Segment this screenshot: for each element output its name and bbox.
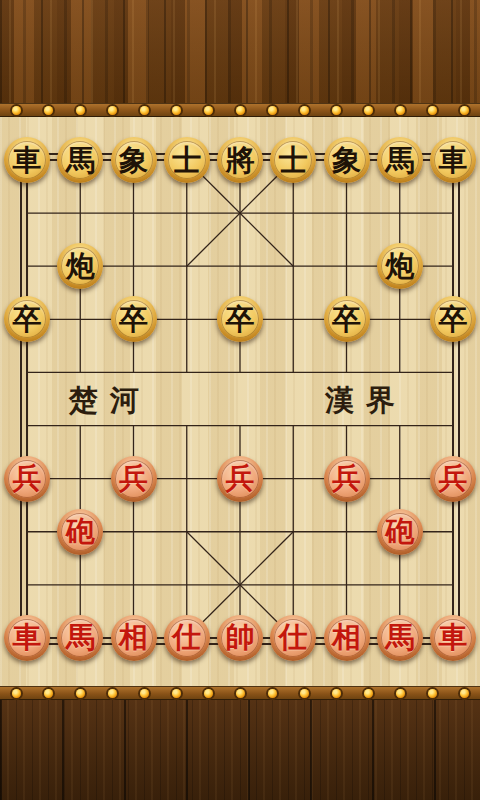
xiangqi-board[interactable]: 楚河 漢界 車馬象士將士象馬車炮炮卒卒卒卒卒兵兵兵兵兵砲砲車馬相仕帥仕相馬車	[0, 117, 480, 686]
piece-glyph: 車	[439, 623, 468, 652]
piece-glyph: 車	[13, 146, 42, 175]
river-label-chu-he: 楚河	[45, 381, 175, 421]
piece-red-soldier[interactable]: 兵	[217, 456, 263, 502]
piece-red-chariot[interactable]: 車	[4, 615, 50, 661]
piece-glyph: 象	[332, 146, 361, 175]
rivet-stud	[172, 106, 181, 115]
piece-black-chariot[interactable]: 車	[4, 137, 50, 183]
piece-glyph: 兵	[332, 464, 361, 493]
river-label-han-jie: 漢界	[301, 381, 431, 421]
bottom-toolbar: 帥 菜单新局设置悔棋提示 九游	[0, 700, 480, 800]
rivet-stud	[332, 689, 341, 698]
rivet-stud	[396, 689, 405, 698]
rivet-stud	[12, 689, 21, 698]
rivet-stud	[428, 106, 437, 115]
piece-glyph: 炮	[385, 252, 414, 281]
piece-glyph: 象	[119, 146, 148, 175]
piece-black-elephant[interactable]: 象	[111, 137, 157, 183]
piece-red-soldier[interactable]: 兵	[324, 456, 370, 502]
rivet-stud	[268, 106, 277, 115]
piece-glyph: 馬	[66, 146, 95, 175]
rivet-stud	[140, 689, 149, 698]
rivet-stud	[268, 689, 277, 698]
piece-red-soldier[interactable]: 兵	[111, 456, 157, 502]
rivet-stud	[44, 689, 53, 698]
piece-glyph: 馬	[385, 146, 414, 175]
piece-red-elephant[interactable]: 相	[111, 615, 157, 661]
piece-glyph: 馬	[385, 623, 414, 652]
piece-red-horse[interactable]: 馬	[57, 615, 103, 661]
rivet-stud	[428, 689, 437, 698]
rivet-stud	[460, 106, 469, 115]
piece-glyph: 兵	[226, 464, 255, 493]
piece-red-horse[interactable]: 馬	[377, 615, 423, 661]
piece-black-soldier[interactable]: 卒	[111, 296, 157, 342]
piece-black-horse[interactable]: 馬	[57, 137, 103, 183]
piece-red-chariot[interactable]: 車	[430, 615, 476, 661]
piece-glyph: 車	[13, 623, 42, 652]
piece-glyph: 帥	[226, 623, 255, 652]
xiangqi-app: 楚河 漢界 車馬象士將士象馬車炮炮卒卒卒卒卒兵兵兵兵兵砲砲車馬相仕帥仕相馬車 帥…	[0, 0, 480, 800]
rivet-stud	[108, 689, 117, 698]
piece-glyph: 士	[172, 146, 201, 175]
piece-glyph: 砲	[385, 517, 414, 546]
rivet-stud	[12, 106, 21, 115]
rivet-stud	[300, 106, 309, 115]
piece-glyph: 卒	[332, 305, 361, 334]
rivet-strip-bottom	[0, 686, 480, 700]
piece-glyph: 砲	[66, 517, 95, 546]
piece-red-elephant[interactable]: 相	[324, 615, 370, 661]
rivet-stud	[172, 689, 181, 698]
rivet-stud	[364, 689, 373, 698]
rivet-stud	[76, 106, 85, 115]
piece-black-elephant[interactable]: 象	[324, 137, 370, 183]
rivet-stud	[460, 689, 469, 698]
piece-glyph: 馬	[66, 623, 95, 652]
piece-glyph: 士	[279, 146, 308, 175]
piece-glyph: 將	[226, 146, 255, 175]
rivet-stud	[108, 106, 117, 115]
piece-glyph: 相	[332, 623, 361, 652]
piece-black-soldier[interactable]: 卒	[217, 296, 263, 342]
rivet-strip-top	[0, 103, 480, 117]
piece-glyph: 仕	[172, 623, 201, 652]
rivet-stud	[236, 106, 245, 115]
piece-red-cannon[interactable]: 砲	[57, 509, 103, 555]
piece-glyph: 相	[119, 623, 148, 652]
piece-black-advisor[interactable]: 士	[164, 137, 210, 183]
rivet-stud	[332, 106, 341, 115]
piece-glyph: 炮	[66, 252, 95, 281]
wood-background-top	[0, 0, 480, 103]
piece-black-soldier[interactable]: 卒	[4, 296, 50, 342]
piece-black-horse[interactable]: 馬	[377, 137, 423, 183]
piece-black-cannon[interactable]: 炮	[377, 243, 423, 289]
rivet-stud	[204, 106, 213, 115]
piece-black-general[interactable]: 將	[217, 137, 263, 183]
rivet-stud	[204, 689, 213, 698]
rivet-stud	[364, 106, 373, 115]
rivet-stud	[300, 689, 309, 698]
rivet-stud	[44, 106, 53, 115]
piece-red-soldier[interactable]: 兵	[4, 456, 50, 502]
piece-glyph: 卒	[119, 305, 148, 334]
piece-black-soldier[interactable]: 卒	[324, 296, 370, 342]
piece-glyph: 兵	[119, 464, 148, 493]
rivet-stud	[236, 689, 245, 698]
rivet-stud	[140, 106, 149, 115]
piece-black-soldier[interactable]: 卒	[430, 296, 476, 342]
piece-glyph: 卒	[226, 305, 255, 334]
rivet-stud	[76, 689, 85, 698]
piece-glyph: 兵	[439, 464, 468, 493]
piece-glyph: 兵	[13, 464, 42, 493]
piece-red-soldier[interactable]: 兵	[430, 456, 476, 502]
piece-glyph: 車	[439, 146, 468, 175]
piece-glyph: 仕	[279, 623, 308, 652]
piece-red-cannon[interactable]: 砲	[377, 509, 423, 555]
piece-glyph: 卒	[13, 305, 42, 334]
piece-red-advisor[interactable]: 仕	[270, 615, 316, 661]
piece-glyph: 卒	[439, 305, 468, 334]
piece-black-chariot[interactable]: 車	[430, 137, 476, 183]
piece-red-advisor[interactable]: 仕	[164, 615, 210, 661]
piece-red-general[interactable]: 帥	[217, 615, 263, 661]
rivet-stud	[396, 106, 405, 115]
piece-black-advisor[interactable]: 士	[270, 137, 316, 183]
